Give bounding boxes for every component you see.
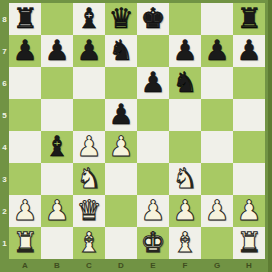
chess-board-widget: ♜♝♛♚♜♟♟♟♞♟♟♟♟♞♟♝♟♟♞♞♟♟♛♟♟♟♟♜♝♚♝♜ 8765432… (0, 0, 272, 272)
black-bishop-b4[interactable]: ♝ (41, 131, 73, 163)
square-e3[interactable] (137, 163, 169, 195)
square-a1[interactable]: ♜ (9, 227, 41, 259)
square-e1[interactable]: ♚ (137, 227, 169, 259)
square-d6[interactable] (105, 67, 137, 99)
black-pawn-f7[interactable]: ♟ (169, 35, 201, 67)
square-a3[interactable] (9, 163, 41, 195)
black-bishop-c8[interactable]: ♝ (73, 3, 105, 35)
square-a8[interactable]: ♜ (9, 3, 41, 35)
square-c2[interactable]: ♛ (73, 195, 105, 227)
black-pawn-e6[interactable]: ♟ (137, 67, 169, 99)
square-d5[interactable]: ♟ (105, 99, 137, 131)
square-d7[interactable]: ♞ (105, 35, 137, 67)
square-a7[interactable]: ♟ (9, 35, 41, 67)
square-h6[interactable] (233, 67, 265, 99)
rank-label-7: 7 (0, 35, 9, 67)
square-b2[interactable]: ♟ (41, 195, 73, 227)
square-g6[interactable] (201, 67, 233, 99)
white-bishop-f1[interactable]: ♝ (169, 227, 201, 259)
square-f7[interactable]: ♟ (169, 35, 201, 67)
square-f5[interactable] (169, 99, 201, 131)
square-h8[interactable]: ♜ (233, 3, 265, 35)
square-e7[interactable] (137, 35, 169, 67)
file-label-b: B (41, 259, 73, 272)
square-f4[interactable] (169, 131, 201, 163)
square-h1[interactable]: ♜ (233, 227, 265, 259)
square-g7[interactable]: ♟ (201, 35, 233, 67)
chess-board[interactable]: ♜♝♛♚♜♟♟♟♞♟♟♟♟♞♟♝♟♟♞♞♟♟♛♟♟♟♟♜♝♚♝♜ (9, 3, 265, 259)
black-pawn-b7[interactable]: ♟ (41, 35, 73, 67)
square-g1[interactable] (201, 227, 233, 259)
white-pawn-b2[interactable]: ♟ (41, 195, 73, 227)
white-rook-a1[interactable]: ♜ (9, 227, 41, 259)
board-right-edge (268, 0, 272, 272)
rank-label-5: 5 (0, 99, 9, 131)
square-g8[interactable] (201, 3, 233, 35)
square-e4[interactable] (137, 131, 169, 163)
square-d4[interactable]: ♟ (105, 131, 137, 163)
square-f6[interactable]: ♞ (169, 67, 201, 99)
black-pawn-h7[interactable]: ♟ (233, 35, 265, 67)
black-rook-h8[interactable]: ♜ (233, 3, 265, 35)
white-pawn-h2[interactable]: ♟ (233, 195, 265, 227)
square-c4[interactable]: ♟ (73, 131, 105, 163)
square-f3[interactable]: ♞ (169, 163, 201, 195)
file-label-f: F (169, 259, 201, 272)
rank-label-6: 6 (0, 67, 9, 99)
white-pawn-c4[interactable]: ♟ (73, 131, 105, 163)
square-g5[interactable] (201, 99, 233, 131)
black-pawn-c7[interactable]: ♟ (73, 35, 105, 67)
black-knight-f6[interactable]: ♞ (169, 67, 201, 99)
square-b4[interactable]: ♝ (41, 131, 73, 163)
white-pawn-g2[interactable]: ♟ (201, 195, 233, 227)
file-label-d: D (105, 259, 137, 272)
square-c7[interactable]: ♟ (73, 35, 105, 67)
black-pawn-a7[interactable]: ♟ (9, 35, 41, 67)
square-a2[interactable]: ♟ (9, 195, 41, 227)
white-bishop-c1[interactable]: ♝ (73, 227, 105, 259)
square-a5[interactable] (9, 99, 41, 131)
square-b1[interactable] (41, 227, 73, 259)
white-pawn-e2[interactable]: ♟ (137, 195, 169, 227)
file-label-e: E (137, 259, 169, 272)
rank-labels: 87654321 (0, 3, 9, 259)
square-f2[interactable]: ♟ (169, 195, 201, 227)
black-queen-d8[interactable]: ♛ (105, 3, 137, 35)
square-b3[interactable] (41, 163, 73, 195)
square-b7[interactable]: ♟ (41, 35, 73, 67)
white-rook-h1[interactable]: ♜ (233, 227, 265, 259)
square-c8[interactable]: ♝ (73, 3, 105, 35)
white-pawn-d4[interactable]: ♟ (105, 131, 137, 163)
white-knight-f3[interactable]: ♞ (169, 163, 201, 195)
white-pawn-f2[interactable]: ♟ (169, 195, 201, 227)
square-h4[interactable] (233, 131, 265, 163)
square-c1[interactable]: ♝ (73, 227, 105, 259)
square-c6[interactable] (73, 67, 105, 99)
square-h3[interactable] (233, 163, 265, 195)
file-labels: ABCDEFGH (9, 259, 265, 272)
square-a4[interactable] (9, 131, 41, 163)
square-d2[interactable] (105, 195, 137, 227)
file-label-c: C (73, 259, 105, 272)
square-f1[interactable]: ♝ (169, 227, 201, 259)
black-pawn-g7[interactable]: ♟ (201, 35, 233, 67)
square-d3[interactable] (105, 163, 137, 195)
black-knight-d7[interactable]: ♞ (105, 35, 137, 67)
rank-label-3: 3 (0, 163, 9, 195)
square-f8[interactable] (169, 3, 201, 35)
rank-label-1: 1 (0, 227, 9, 259)
square-h7[interactable]: ♟ (233, 35, 265, 67)
white-king-e1[interactable]: ♚ (137, 227, 169, 259)
square-d8[interactable]: ♛ (105, 3, 137, 35)
square-h5[interactable] (233, 99, 265, 131)
square-e8[interactable]: ♚ (137, 3, 169, 35)
square-g2[interactable]: ♟ (201, 195, 233, 227)
square-a6[interactable] (9, 67, 41, 99)
rank-label-2: 2 (0, 195, 9, 227)
square-e5[interactable] (137, 99, 169, 131)
square-c3[interactable]: ♞ (73, 163, 105, 195)
square-h2[interactable]: ♟ (233, 195, 265, 227)
square-g3[interactable] (201, 163, 233, 195)
black-rook-a8[interactable]: ♜ (9, 3, 41, 35)
file-label-a: A (9, 259, 41, 272)
black-pawn-d5[interactable]: ♟ (105, 99, 137, 131)
rank-label-8: 8 (0, 3, 9, 35)
square-b5[interactable] (41, 99, 73, 131)
square-c5[interactable] (73, 99, 105, 131)
white-pawn-a2[interactable]: ♟ (9, 195, 41, 227)
square-e6[interactable]: ♟ (137, 67, 169, 99)
file-label-g: G (201, 259, 233, 272)
square-b6[interactable] (41, 67, 73, 99)
square-g4[interactable] (201, 131, 233, 163)
rank-label-4: 4 (0, 131, 9, 163)
file-label-h: H (233, 259, 265, 272)
square-d1[interactable] (105, 227, 137, 259)
square-b8[interactable] (41, 3, 73, 35)
white-queen-c2[interactable]: ♛ (73, 195, 105, 227)
black-king-e8[interactable]: ♚ (137, 3, 169, 35)
square-e2[interactable]: ♟ (137, 195, 169, 227)
white-knight-c3[interactable]: ♞ (73, 163, 105, 195)
